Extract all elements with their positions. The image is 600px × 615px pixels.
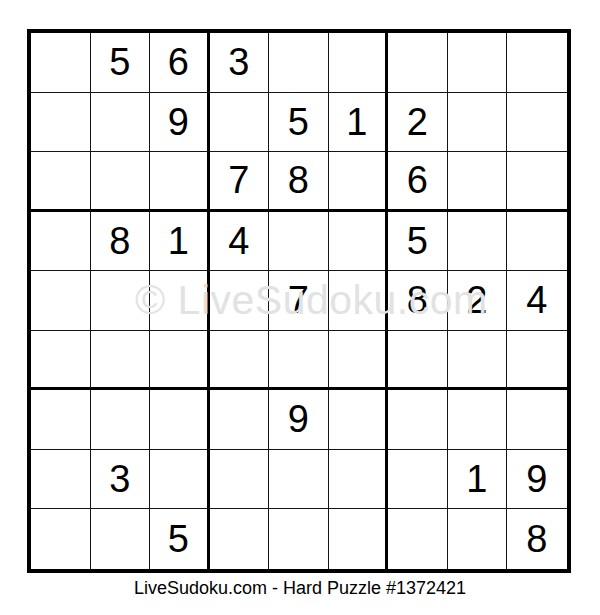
cell-r8c5 <box>269 450 329 510</box>
cell-r5c9: 4 <box>507 271 567 331</box>
cell-r7c5: 9 <box>269 390 329 450</box>
cell-r9c3: 5 <box>150 509 210 569</box>
cell-r1c1 <box>31 33 91 93</box>
cell-r9c2 <box>91 509 151 569</box>
cell-r1c7 <box>388 33 448 93</box>
cell-r6c8 <box>448 331 508 391</box>
cell-r7c4 <box>210 390 270 450</box>
cell-r1c2: 5 <box>91 33 151 93</box>
cell-r2c6: 1 <box>329 93 389 153</box>
cell-r9c6 <box>329 509 389 569</box>
sudoku-board: © LiveSudoku.com 56395127868145782493195… <box>27 29 571 573</box>
cell-r3c9 <box>507 152 567 212</box>
cell-r2c9 <box>507 93 567 153</box>
cell-r5c1 <box>31 271 91 331</box>
cell-r2c2 <box>91 93 151 153</box>
cell-r8c2: 3 <box>91 450 151 510</box>
cell-r6c7 <box>388 331 448 391</box>
cell-r7c7 <box>388 390 448 450</box>
cell-r3c6 <box>329 152 389 212</box>
cell-r7c6 <box>329 390 389 450</box>
cell-r1c9 <box>507 33 567 93</box>
cell-r9c1 <box>31 509 91 569</box>
puzzle-page: © LiveSudoku.com 56395127868145782493195… <box>0 0 600 615</box>
cell-r1c5 <box>269 33 329 93</box>
cell-r9c4 <box>210 509 270 569</box>
cell-r9c9: 8 <box>507 509 567 569</box>
cell-r3c3 <box>150 152 210 212</box>
cell-r4c2: 8 <box>91 212 151 272</box>
cell-r2c4 <box>210 93 270 153</box>
cell-r8c7 <box>388 450 448 510</box>
cell-r5c6 <box>329 271 389 331</box>
cell-r9c7 <box>388 509 448 569</box>
cell-r2c7: 2 <box>388 93 448 153</box>
cell-r7c2 <box>91 390 151 450</box>
cell-r4c8 <box>448 212 508 272</box>
cell-r6c5 <box>269 331 329 391</box>
cell-r8c9: 9 <box>507 450 567 510</box>
cell-r9c5 <box>269 509 329 569</box>
cell-r4c7: 5 <box>388 212 448 272</box>
cell-r5c7: 8 <box>388 271 448 331</box>
cell-r8c6 <box>329 450 389 510</box>
cell-r7c8 <box>448 390 508 450</box>
cell-r5c2 <box>91 271 151 331</box>
cell-r2c8 <box>448 93 508 153</box>
cell-r9c8 <box>448 509 508 569</box>
cell-r1c8 <box>448 33 508 93</box>
cell-r7c3 <box>150 390 210 450</box>
cell-r6c2 <box>91 331 151 391</box>
cell-r7c9 <box>507 390 567 450</box>
cell-r2c5: 5 <box>269 93 329 153</box>
cell-r4c4: 4 <box>210 212 270 272</box>
cell-r6c3 <box>150 331 210 391</box>
cell-r1c4: 3 <box>210 33 270 93</box>
cell-r3c2 <box>91 152 151 212</box>
cell-r4c9 <box>507 212 567 272</box>
cell-r2c1 <box>31 93 91 153</box>
cell-r4c6 <box>329 212 389 272</box>
caption: LiveSudoku.com - Hard Puzzle #1372421 <box>0 577 600 600</box>
cell-r4c1 <box>31 212 91 272</box>
cell-r5c4 <box>210 271 270 331</box>
cell-r3c1 <box>31 152 91 212</box>
cell-r7c1 <box>31 390 91 450</box>
cell-r8c3 <box>150 450 210 510</box>
cell-r5c3 <box>150 271 210 331</box>
cell-r3c4: 7 <box>210 152 270 212</box>
cell-r3c8 <box>448 152 508 212</box>
cell-r6c9 <box>507 331 567 391</box>
cell-r3c7: 6 <box>388 152 448 212</box>
cell-r1c6 <box>329 33 389 93</box>
cell-r5c8: 2 <box>448 271 508 331</box>
cell-r1c3: 6 <box>150 33 210 93</box>
cell-r8c8: 1 <box>448 450 508 510</box>
cell-r5c5: 7 <box>269 271 329 331</box>
cell-r4c3: 1 <box>150 212 210 272</box>
cell-r4c5 <box>269 212 329 272</box>
cell-r3c5: 8 <box>269 152 329 212</box>
cell-r6c6 <box>329 331 389 391</box>
cell-r8c4 <box>210 450 270 510</box>
cell-r6c4 <box>210 331 270 391</box>
cell-r2c3: 9 <box>150 93 210 153</box>
cell-r8c1 <box>31 450 91 510</box>
cell-r6c1 <box>31 331 91 391</box>
